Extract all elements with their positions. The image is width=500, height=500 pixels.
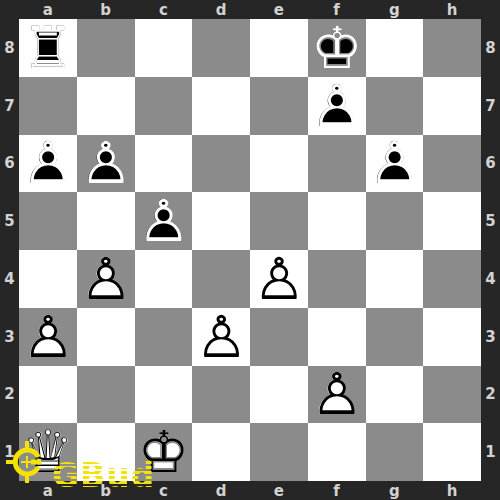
file-label-b: b [77, 0, 135, 19]
rank-label-6: 6 [481, 135, 500, 193]
piece-outline-glyph: ♙ [250, 250, 308, 308]
square-g8[interactable] [366, 19, 424, 77]
file-label-f: f [308, 481, 366, 500]
rank-label-3: 3 [0, 308, 19, 366]
square-d7[interactable] [192, 77, 250, 135]
square-g1[interactable] [366, 423, 424, 481]
board: ♜♖♚♔♟♙♟♙♟♙♟♙♟♙♟♙♟♙♟♙♟♙♟♙♛♕♚♔ [19, 19, 481, 481]
square-d4[interactable] [192, 250, 250, 308]
square-a1[interactable]: ♛♕ [19, 423, 77, 481]
piece-outline-glyph: ♖ [19, 19, 77, 77]
square-a4[interactable] [19, 250, 77, 308]
square-h7[interactable] [423, 77, 481, 135]
file-label-h: h [423, 481, 481, 500]
piece-outline-glyph: ♔ [308, 19, 366, 77]
square-e3[interactable] [250, 308, 308, 366]
rank-labels-left: 87654321 [0, 19, 19, 481]
board-frame: abcdefgh abcdefgh 87654321 87654321 ♜♖♚♔… [0, 0, 500, 500]
square-a6[interactable]: ♟♙ [19, 135, 77, 193]
square-b2[interactable] [77, 366, 135, 424]
rank-label-5: 5 [481, 192, 500, 250]
square-h2[interactable] [423, 366, 481, 424]
piece-outline-glyph: ♙ [308, 366, 366, 424]
rank-label-7: 7 [481, 77, 500, 135]
rank-label-2: 2 [0, 366, 19, 424]
file-label-c: c [135, 0, 193, 19]
square-d8[interactable] [192, 19, 250, 77]
rank-label-1: 1 [0, 423, 19, 481]
piece-black-pawn[interactable]: ♟♙ [135, 192, 193, 250]
square-h8[interactable] [423, 19, 481, 77]
square-e5[interactable] [250, 192, 308, 250]
square-d2[interactable] [192, 366, 250, 424]
square-d1[interactable] [192, 423, 250, 481]
square-f2[interactable]: ♟♙ [308, 366, 366, 424]
square-a8[interactable]: ♜♖ [19, 19, 77, 77]
square-h3[interactable] [423, 308, 481, 366]
piece-outline-glyph: ♙ [366, 135, 424, 193]
piece-outline-glyph: ♕ [19, 423, 77, 481]
piece-white-pawn[interactable]: ♟♙ [77, 250, 135, 308]
rank-labels-right: 87654321 [481, 19, 500, 481]
file-label-b: b [77, 481, 135, 500]
rank-label-1: 1 [481, 423, 500, 481]
piece-white-pawn[interactable]: ♟♙ [308, 366, 366, 424]
square-c7[interactable] [135, 77, 193, 135]
piece-black-pawn[interactable]: ♟♙ [19, 135, 77, 193]
square-b1[interactable] [77, 423, 135, 481]
square-e8[interactable] [250, 19, 308, 77]
square-f8[interactable]: ♚♔ [308, 19, 366, 77]
file-label-h: h [423, 0, 481, 19]
square-c2[interactable] [135, 366, 193, 424]
square-f4[interactable] [308, 250, 366, 308]
square-g6[interactable]: ♟♙ [366, 135, 424, 193]
square-f3[interactable] [308, 308, 366, 366]
file-label-g: g [366, 0, 424, 19]
square-e1[interactable] [250, 423, 308, 481]
square-f7[interactable]: ♟♙ [308, 77, 366, 135]
square-e2[interactable] [250, 366, 308, 424]
piece-black-pawn[interactable]: ♟♙ [366, 135, 424, 193]
piece-outline-glyph: ♙ [135, 192, 193, 250]
square-a2[interactable] [19, 366, 77, 424]
piece-white-pawn[interactable]: ♟♙ [250, 250, 308, 308]
rank-label-8: 8 [0, 19, 19, 77]
square-b4[interactable]: ♟♙ [77, 250, 135, 308]
file-label-g: g [366, 481, 424, 500]
square-h4[interactable] [423, 250, 481, 308]
square-d5[interactable] [192, 192, 250, 250]
file-labels-top: abcdefgh [19, 0, 481, 19]
rank-label-6: 6 [0, 135, 19, 193]
rank-label-3: 3 [481, 308, 500, 366]
square-c4[interactable] [135, 250, 193, 308]
piece-white-pawn[interactable]: ♟♙ [19, 308, 77, 366]
square-b8[interactable] [77, 19, 135, 77]
piece-outline-glyph: ♙ [19, 135, 77, 193]
piece-white-pawn[interactable]: ♟♙ [192, 308, 250, 366]
square-h1[interactable] [423, 423, 481, 481]
piece-outline-glyph: ♙ [19, 308, 77, 366]
square-e6[interactable] [250, 135, 308, 193]
square-c3[interactable] [135, 308, 193, 366]
square-b6[interactable]: ♟♙ [77, 135, 135, 193]
square-f1[interactable] [308, 423, 366, 481]
rank-label-8: 8 [481, 19, 500, 77]
square-c8[interactable] [135, 19, 193, 77]
square-h6[interactable] [423, 135, 481, 193]
file-label-e: e [250, 481, 308, 500]
square-c5[interactable]: ♟♙ [135, 192, 193, 250]
square-d6[interactable] [192, 135, 250, 193]
square-f5[interactable] [308, 192, 366, 250]
file-label-e: e [250, 0, 308, 19]
square-e7[interactable] [250, 77, 308, 135]
square-a5[interactable] [19, 192, 77, 250]
square-b7[interactable] [77, 77, 135, 135]
piece-black-pawn[interactable]: ♟♙ [77, 135, 135, 193]
piece-outline-glyph: ♔ [135, 423, 193, 481]
square-e4[interactable]: ♟♙ [250, 250, 308, 308]
rank-label-5: 5 [0, 192, 19, 250]
square-g4[interactable] [366, 250, 424, 308]
square-h5[interactable] [423, 192, 481, 250]
square-g5[interactable] [366, 192, 424, 250]
square-f6[interactable] [308, 135, 366, 193]
square-d3[interactable]: ♟♙ [192, 308, 250, 366]
piece-black-rook[interactable]: ♜♖ [19, 19, 77, 77]
square-a7[interactable] [19, 77, 77, 135]
rank-label-4: 4 [0, 250, 19, 308]
piece-white-queen[interactable]: ♛♕ [19, 423, 77, 481]
file-labels-bottom: abcdefgh [19, 481, 481, 500]
square-a3[interactable]: ♟♙ [19, 308, 77, 366]
file-label-d: d [192, 481, 250, 500]
piece-black-pawn[interactable]: ♟♙ [308, 77, 366, 135]
piece-outline-glyph: ♙ [192, 308, 250, 366]
piece-outline-glyph: ♙ [308, 77, 366, 135]
rank-label-2: 2 [481, 366, 500, 424]
piece-outline-glyph: ♙ [77, 250, 135, 308]
square-g2[interactable] [366, 366, 424, 424]
square-c6[interactable] [135, 135, 193, 193]
rank-label-4: 4 [481, 250, 500, 308]
piece-outline-glyph: ♙ [77, 135, 135, 193]
square-b3[interactable] [77, 308, 135, 366]
square-g3[interactable] [366, 308, 424, 366]
file-label-d: d [192, 0, 250, 19]
piece-black-king[interactable]: ♚♔ [308, 19, 366, 77]
square-g7[interactable] [366, 77, 424, 135]
square-b5[interactable] [77, 192, 135, 250]
rank-label-7: 7 [0, 77, 19, 135]
square-c1[interactable]: ♚♔ [135, 423, 193, 481]
piece-white-king[interactable]: ♚♔ [135, 423, 193, 481]
